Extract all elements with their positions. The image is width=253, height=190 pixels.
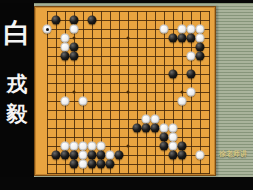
stone-white: [196, 25, 205, 34]
stone-white: [151, 115, 160, 124]
stone-black: [178, 151, 187, 160]
stone-white: [61, 43, 70, 52]
stone-white: [160, 124, 169, 133]
star-point: [127, 145, 130, 148]
stone-white: [79, 151, 88, 160]
stone-white: [187, 52, 196, 61]
watermark-text: 徐老师讲: [219, 149, 253, 159]
stone-white: [61, 142, 70, 151]
stone-white: [178, 97, 187, 106]
stone-white: [187, 88, 196, 97]
player-name-char: 戎: [7, 69, 28, 99]
stone-white: [79, 160, 88, 169]
player-name-char: 毅: [7, 99, 28, 129]
go-board: [34, 6, 216, 176]
letterbox-top: [0, 0, 253, 3]
stone-black: [151, 124, 160, 133]
stone-black: [106, 160, 115, 169]
stone-white-last-move: [43, 25, 52, 34]
stone-white: [187, 25, 196, 34]
stone-black: [133, 124, 142, 133]
stone-black: [70, 151, 79, 160]
stone-black: [160, 142, 169, 151]
stone-black: [70, 16, 79, 25]
stone-black: [61, 52, 70, 61]
stone-white: [178, 25, 187, 34]
stone-black: [70, 52, 79, 61]
player-name: 戎 毅: [7, 69, 28, 130]
stone-black: [88, 16, 97, 25]
star-point: [73, 37, 76, 40]
stone-black: [142, 124, 151, 133]
stone-white: [106, 151, 115, 160]
stone-white: [88, 142, 97, 151]
stone-white: [196, 34, 205, 43]
stone-black: [187, 70, 196, 79]
player-color-label: 白: [4, 20, 31, 47]
stone-white: [169, 133, 178, 142]
stone-white: [79, 142, 88, 151]
letterbox-bottom: [0, 177, 253, 190]
stone-black: [97, 151, 106, 160]
stone-white: [61, 97, 70, 106]
star-point: [127, 37, 130, 40]
stone-white: [142, 115, 151, 124]
player-panel: 白 戎 毅: [0, 3, 34, 177]
stone-black: [70, 160, 79, 169]
stone-black: [52, 151, 61, 160]
stone-black: [178, 142, 187, 151]
stone-black: [169, 151, 178, 160]
star-point: [127, 91, 130, 94]
stone-white: [61, 34, 70, 43]
stone-black: [52, 16, 61, 25]
star-point: [181, 91, 184, 94]
stone-white: [160, 25, 169, 34]
stone-white: [169, 124, 178, 133]
stone-black: [187, 34, 196, 43]
stone-black: [160, 133, 169, 142]
stone-black: [196, 52, 205, 61]
last-move-marker: [46, 28, 49, 31]
stone-black: [88, 160, 97, 169]
stone-white: [79, 97, 88, 106]
video-frame: 白 戎 毅 徐老师讲: [0, 0, 253, 190]
stone-black: [178, 34, 187, 43]
stone-black: [115, 151, 124, 160]
stone-black: [169, 34, 178, 43]
stone-white: [70, 25, 79, 34]
stone-white: [169, 142, 178, 151]
stone-black: [196, 43, 205, 52]
stone-white: [70, 142, 79, 151]
stone-black: [88, 151, 97, 160]
stone-black: [61, 151, 70, 160]
stone-black: [70, 43, 79, 52]
stone-black: [169, 70, 178, 79]
stone-black: [97, 160, 106, 169]
stone-white: [97, 142, 106, 151]
stone-white: [196, 151, 205, 160]
star-point: [73, 91, 76, 94]
board-grid: [47, 11, 210, 174]
